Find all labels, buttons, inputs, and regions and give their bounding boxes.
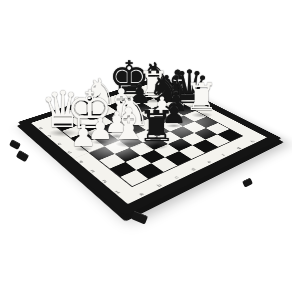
rank-label: 3 (90, 170, 96, 174)
photo-stage: a8b7c6d5e4f3g2h1 ♞♚♞♛♟♜♟♚♝♞♝♟♟♟♞♟♟♛♝♟♜♜ (0, 0, 292, 292)
file-label: c (174, 176, 180, 180)
file-label: b (156, 184, 163, 188)
piece-black-R-d3[interactable]: ♜ (138, 106, 176, 148)
rank-label: 2 (102, 180, 108, 184)
hinge-tab-left-2 (16, 150, 30, 162)
file-label: d (190, 168, 197, 172)
rank-label: 4 (78, 160, 84, 164)
clasp-front (131, 211, 148, 225)
piece-white-R-h4[interactable]: ♜ (185, 79, 219, 117)
rank-label: 6 (57, 143, 63, 146)
hinge-tab-left-1 (9, 139, 21, 150)
piece-white-P-a5[interactable]: ♟ (70, 121, 97, 151)
file-label: a (138, 192, 145, 196)
file-label: e (206, 160, 212, 164)
rank-label: 1 (115, 190, 122, 194)
clasp-right (242, 177, 253, 187)
file-label: f (221, 154, 226, 157)
file-label: g (235, 146, 241, 149)
file-label: h (249, 140, 255, 143)
